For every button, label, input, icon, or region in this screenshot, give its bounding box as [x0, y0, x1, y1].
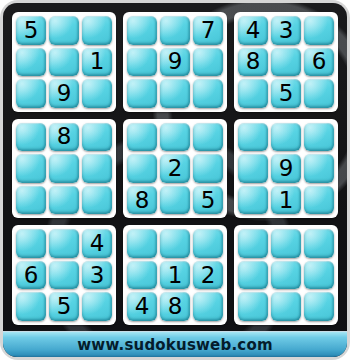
cell-r8c8[interactable] [271, 261, 301, 290]
cell-r6c8[interactable]: 1 [271, 186, 301, 215]
cell-r6c7[interactable] [238, 186, 268, 215]
cell-r5c8[interactable]: 9 [271, 154, 301, 183]
cell-r3c1[interactable] [16, 79, 46, 108]
cell-r6c9[interactable] [304, 186, 334, 215]
cell-r7c4[interactable] [127, 229, 157, 258]
cell-r9c7[interactable] [238, 292, 268, 321]
cell-r3c3[interactable] [82, 79, 112, 108]
box-3-2: 1248 [123, 225, 227, 325]
cell-r3c4[interactable] [127, 79, 157, 108]
cell-r4c6[interactable] [193, 123, 223, 152]
cell-r2c8[interactable] [271, 48, 301, 77]
cell-r8c6[interactable]: 2 [193, 261, 223, 290]
box-3-1: 4635 [12, 225, 116, 325]
cell-r4c2[interactable]: 8 [49, 123, 79, 152]
cell-r3c5[interactable] [160, 79, 190, 108]
cell-r7c2[interactable] [49, 229, 79, 258]
cell-r5c6[interactable] [193, 154, 223, 183]
cell-r1c7[interactable]: 4 [238, 16, 268, 45]
cell-r2c5[interactable]: 9 [160, 48, 190, 77]
cell-r5c9[interactable] [304, 154, 334, 183]
box-1-3: 43865 [234, 12, 338, 112]
cell-r8c5[interactable]: 1 [160, 261, 190, 290]
cell-r2c9[interactable]: 6 [304, 48, 334, 77]
cell-r8c1[interactable]: 6 [16, 261, 46, 290]
cell-r4c9[interactable] [304, 123, 334, 152]
cell-r1c3[interactable] [82, 16, 112, 45]
cell-r9c3[interactable] [82, 292, 112, 321]
cell-r5c4[interactable] [127, 154, 157, 183]
cell-r6c1[interactable] [16, 186, 46, 215]
cell-r9c8[interactable] [271, 292, 301, 321]
cell-r4c5[interactable] [160, 123, 190, 152]
cell-r9c1[interactable] [16, 292, 46, 321]
cell-r4c8[interactable] [271, 123, 301, 152]
cell-r4c7[interactable] [238, 123, 268, 152]
cell-r7c8[interactable] [271, 229, 301, 258]
cell-r7c9[interactable] [304, 229, 334, 258]
cell-r9c9[interactable] [304, 292, 334, 321]
box-2-3: 91 [234, 119, 338, 219]
cell-r1c6[interactable]: 7 [193, 16, 223, 45]
footer-bar: www.sudokusweb.com [3, 331, 347, 357]
cell-r3c6[interactable] [193, 79, 223, 108]
cell-r6c4[interactable]: 8 [127, 186, 157, 215]
cell-r3c8[interactable]: 5 [271, 79, 301, 108]
cell-r5c3[interactable] [82, 154, 112, 183]
cell-r3c2[interactable]: 9 [49, 79, 79, 108]
cell-r1c5[interactable] [160, 16, 190, 45]
cell-r9c4[interactable]: 4 [127, 292, 157, 321]
cell-r5c5[interactable]: 2 [160, 154, 190, 183]
cell-r8c9[interactable] [304, 261, 334, 290]
cell-r1c9[interactable] [304, 16, 334, 45]
cell-r1c2[interactable] [49, 16, 79, 45]
cell-r9c5[interactable]: 8 [160, 292, 190, 321]
cell-r2c2[interactable] [49, 48, 79, 77]
cell-r2c3[interactable]: 1 [82, 48, 112, 77]
cell-r3c7[interactable] [238, 79, 268, 108]
cell-r7c1[interactable] [16, 229, 46, 258]
cell-r2c1[interactable] [16, 48, 46, 77]
box-3-3 [234, 225, 338, 325]
cell-r8c7[interactable] [238, 261, 268, 290]
cell-r6c5[interactable] [160, 186, 190, 215]
cell-r7c3[interactable]: 4 [82, 229, 112, 258]
cell-r8c4[interactable] [127, 261, 157, 290]
box-2-2: 285 [123, 119, 227, 219]
sudoku-board: 519794386582859146351248 www.sudokusweb.… [0, 0, 350, 360]
cell-r2c7[interactable]: 8 [238, 48, 268, 77]
sudoku-grid: 519794386582859146351248 [3, 3, 347, 331]
board-frame: 519794386582859146351248 www.sudokusweb.… [3, 3, 347, 357]
cell-r2c6[interactable] [193, 48, 223, 77]
site-link[interactable]: www.sudokusweb.com [77, 336, 272, 354]
cell-r6c3[interactable] [82, 186, 112, 215]
cell-r8c3[interactable]: 3 [82, 261, 112, 290]
cell-r1c4[interactable] [127, 16, 157, 45]
cell-r8c2[interactable] [49, 261, 79, 290]
cell-r7c5[interactable] [160, 229, 190, 258]
cell-r1c8[interactable]: 3 [271, 16, 301, 45]
cell-r6c2[interactable] [49, 186, 79, 215]
box-1-1: 519 [12, 12, 116, 112]
cell-r2c4[interactable] [127, 48, 157, 77]
cell-r6c6[interactable]: 5 [193, 186, 223, 215]
cell-r9c2[interactable]: 5 [49, 292, 79, 321]
cell-r3c9[interactable] [304, 79, 334, 108]
cell-r4c3[interactable] [82, 123, 112, 152]
cell-r4c1[interactable] [16, 123, 46, 152]
box-1-2: 79 [123, 12, 227, 112]
cell-r1c1[interactable]: 5 [16, 16, 46, 45]
cell-r5c1[interactable] [16, 154, 46, 183]
cell-r4c4[interactable] [127, 123, 157, 152]
cell-r5c2[interactable] [49, 154, 79, 183]
cell-r7c7[interactable] [238, 229, 268, 258]
cell-r5c7[interactable] [238, 154, 268, 183]
cell-r7c6[interactable] [193, 229, 223, 258]
box-2-1: 8 [12, 119, 116, 219]
cell-r9c6[interactable] [193, 292, 223, 321]
